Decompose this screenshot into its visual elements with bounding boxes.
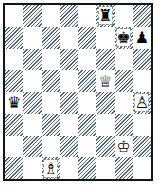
square-h8[interactable] bbox=[133, 5, 151, 27]
square-g3[interactable] bbox=[115, 114, 133, 136]
square-g6[interactable] bbox=[115, 49, 133, 71]
square-h3[interactable] bbox=[133, 114, 151, 136]
square-c1[interactable]: ♗ bbox=[42, 157, 60, 179]
square-b1[interactable] bbox=[23, 157, 41, 179]
square-h5[interactable] bbox=[133, 70, 151, 92]
black-king-icon: ♚ bbox=[116, 28, 131, 47]
page: ♜♚♟♕♛♙♔♗ bbox=[0, 0, 160, 188]
square-a6[interactable] bbox=[5, 49, 23, 71]
square-f2[interactable] bbox=[96, 136, 114, 158]
square-c7[interactable] bbox=[42, 27, 60, 49]
square-g7[interactable]: ♚ bbox=[115, 27, 133, 49]
square-f1[interactable] bbox=[96, 157, 114, 179]
square-g4[interactable] bbox=[115, 92, 133, 114]
square-f8[interactable]: ♜ bbox=[96, 5, 114, 27]
square-c3[interactable] bbox=[42, 114, 60, 136]
square-g2[interactable]: ♔ bbox=[115, 136, 133, 158]
square-a7[interactable] bbox=[5, 27, 23, 49]
white-queen-icon: ♕ bbox=[98, 72, 113, 91]
black-rook-icon: ♜ bbox=[98, 6, 113, 25]
square-e3[interactable] bbox=[78, 114, 96, 136]
black-queen-icon: ♛ bbox=[7, 93, 22, 112]
chess-board: ♜♚♟♕♛♙♔♗ bbox=[5, 5, 151, 179]
square-e1[interactable] bbox=[78, 157, 96, 179]
square-b4[interactable] bbox=[23, 92, 41, 114]
square-b3[interactable] bbox=[23, 114, 41, 136]
white-bishop-icon: ♗ bbox=[43, 159, 58, 178]
square-h7[interactable]: ♟ bbox=[133, 27, 151, 49]
square-h2[interactable] bbox=[133, 136, 151, 158]
square-f4[interactable] bbox=[96, 92, 114, 114]
square-c2[interactable] bbox=[42, 136, 60, 158]
square-e8[interactable] bbox=[78, 5, 96, 27]
square-a1[interactable] bbox=[5, 157, 23, 179]
square-d8[interactable] bbox=[60, 5, 78, 27]
square-c6[interactable] bbox=[42, 49, 60, 71]
square-g5[interactable] bbox=[115, 70, 133, 92]
board-frame: ♜♚♟♕♛♙♔♗ bbox=[3, 3, 153, 181]
square-b5[interactable] bbox=[23, 70, 41, 92]
square-e4[interactable] bbox=[78, 92, 96, 114]
square-h6[interactable] bbox=[133, 49, 151, 71]
square-e7[interactable] bbox=[78, 27, 96, 49]
square-d1[interactable] bbox=[60, 157, 78, 179]
square-b6[interactable] bbox=[23, 49, 41, 71]
square-c8[interactable] bbox=[42, 5, 60, 27]
white-pawn-icon: ♙ bbox=[134, 93, 149, 112]
square-b7[interactable] bbox=[23, 27, 41, 49]
square-d5[interactable] bbox=[60, 70, 78, 92]
square-h1[interactable] bbox=[133, 157, 151, 179]
square-h4[interactable]: ♙ bbox=[133, 92, 151, 114]
white-king-icon: ♔ bbox=[116, 137, 131, 156]
square-a5[interactable] bbox=[5, 70, 23, 92]
square-g8[interactable] bbox=[115, 5, 133, 27]
square-a2[interactable] bbox=[5, 136, 23, 158]
square-d3[interactable] bbox=[60, 114, 78, 136]
square-c5[interactable] bbox=[42, 70, 60, 92]
square-g1[interactable] bbox=[115, 157, 133, 179]
square-d4[interactable] bbox=[60, 92, 78, 114]
square-b8[interactable] bbox=[23, 5, 41, 27]
square-d6[interactable] bbox=[60, 49, 78, 71]
square-f7[interactable] bbox=[96, 27, 114, 49]
square-d7[interactable] bbox=[60, 27, 78, 49]
black-pawn-icon: ♟ bbox=[134, 28, 149, 47]
square-f3[interactable] bbox=[96, 114, 114, 136]
square-e5[interactable] bbox=[78, 70, 96, 92]
square-a3[interactable] bbox=[5, 114, 23, 136]
square-a4[interactable]: ♛ bbox=[5, 92, 23, 114]
square-a8[interactable] bbox=[5, 5, 23, 27]
square-f5[interactable]: ♕ bbox=[96, 70, 114, 92]
square-b2[interactable] bbox=[23, 136, 41, 158]
square-e6[interactable] bbox=[78, 49, 96, 71]
square-c4[interactable] bbox=[42, 92, 60, 114]
square-d2[interactable] bbox=[60, 136, 78, 158]
square-e2[interactable] bbox=[78, 136, 96, 158]
square-f6[interactable] bbox=[96, 49, 114, 71]
